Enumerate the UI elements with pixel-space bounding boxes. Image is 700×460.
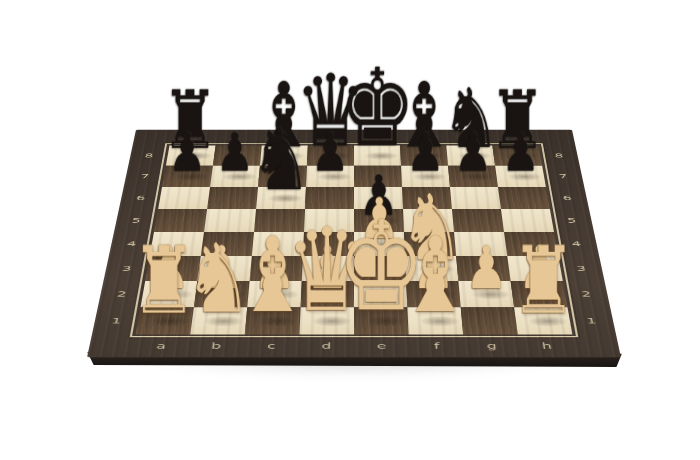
black-pawn-g7[interactable]: ♟ <box>454 126 492 179</box>
file-labels-bottom: abcdefgh <box>132 338 576 354</box>
black-pawn-a7[interactable]: ♟ <box>168 126 206 179</box>
black-pawn-d7[interactable]: ♟ <box>311 126 349 179</box>
file-label-h: h <box>518 338 576 354</box>
white-rook-h1[interactable]: ♜ <box>510 234 577 327</box>
file-label-f: f <box>409 338 465 354</box>
white-king-e1[interactable]: ♚ <box>337 205 426 329</box>
chessboard-product-photo: ♜♝♛♚♝♞♜♟♟♟♟♟♟♟♞♟♟♞♟♟♟♟♟♟♟♜♞♝♛♚♝♜ abcdefg… <box>0 0 700 460</box>
square-a7[interactable]: ♟ <box>162 166 213 187</box>
rank-label-6: 6 <box>126 187 156 209</box>
file-label-b: b <box>188 338 245 354</box>
black-knight-c6[interactable]: ♞ <box>250 117 311 203</box>
square-h7[interactable]: ♟ <box>495 166 546 187</box>
rank-label-1: 1 <box>575 307 608 334</box>
rank-label-8: 8 <box>545 145 573 165</box>
square-e1[interactable]: ♚ <box>354 307 409 334</box>
square-h6[interactable] <box>498 187 550 209</box>
file-label-d: d <box>299 338 354 354</box>
rank-label-7: 7 <box>130 166 159 187</box>
board-squares: ♜♝♛♚♝♞♜♟♟♟♟♟♟♟♞♟♟♞♟♟♟♟♟♟♟♜♞♝♛♚♝♜ <box>136 145 573 334</box>
black-pawn-h7[interactable]: ♟ <box>502 126 540 179</box>
black-pawn-f7[interactable]: ♟ <box>406 126 444 179</box>
square-h1[interactable]: ♜ <box>514 307 572 334</box>
black-king-e8[interactable]: ♚ <box>339 55 416 162</box>
rank-label-6: 6 <box>553 187 583 209</box>
file-label-c: c <box>243 338 299 354</box>
square-a6[interactable] <box>158 187 210 209</box>
file-label-g: g <box>463 338 520 354</box>
black-pawn-b7[interactable]: ♟ <box>216 126 254 179</box>
rank-label-1: 1 <box>100 307 133 334</box>
rank-label-7: 7 <box>549 166 578 187</box>
file-label-e: e <box>354 338 409 354</box>
chessboard: ♜♝♛♚♝♞♜♟♟♟♟♟♟♟♞♟♟♞♟♟♟♟♟♟♟♜♞♝♛♚♝♜ abcdefg… <box>87 130 621 358</box>
square-d7[interactable]: ♟ <box>306 166 354 187</box>
board-scene: ♜♝♛♚♝♞♜♟♟♟♟♟♟♟♞♟♟♞♟♟♟♟♟♟♟♜♞♝♛♚♝♜ abcdefg… <box>114 0 594 460</box>
file-label-a: a <box>132 338 190 354</box>
rank-label-8: 8 <box>135 145 163 165</box>
